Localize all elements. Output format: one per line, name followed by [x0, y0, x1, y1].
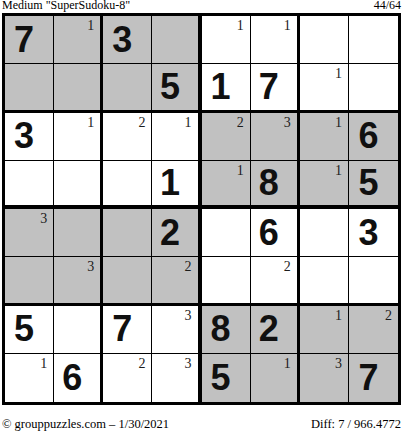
cell-r3c6[interactable]: 3: [251, 113, 300, 161]
cell-value: 5: [160, 69, 180, 105]
cell-r4c4[interactable]: 1: [152, 161, 201, 209]
cell-r8c7[interactable]: 3: [300, 354, 349, 402]
cell-r3c3[interactable]: 2: [103, 113, 152, 161]
pencil-mark: 1: [87, 19, 94, 33]
cell-r5c1[interactable]: 3: [5, 209, 54, 257]
pencil-mark: 3: [40, 212, 47, 226]
pencil-mark: 1: [40, 357, 47, 371]
cell-r5c7[interactable]: [300, 209, 349, 257]
cell-r5c2[interactable]: [54, 209, 103, 257]
cell-value: 3: [358, 215, 378, 251]
pencil-mark: 3: [284, 116, 291, 130]
cell-r2c5[interactable]: 1: [202, 64, 251, 112]
cell-r3c7[interactable]: 1: [300, 113, 349, 161]
cell-r8c3[interactable]: 2: [103, 354, 152, 402]
cell-r6c6[interactable]: 2: [251, 257, 300, 305]
pencil-mark: 2: [237, 116, 244, 130]
cell-r2c8[interactable]: [349, 64, 398, 112]
cell-r6c8[interactable]: [349, 257, 398, 305]
cell-r8c2[interactable]: 6: [54, 354, 103, 402]
cell-r6c3[interactable]: [103, 257, 152, 305]
cell-r2c2[interactable]: [54, 64, 103, 112]
cell-value: 8: [211, 311, 231, 347]
cell-r2c3[interactable]: [103, 64, 152, 112]
cell-r2c6[interactable]: 7: [251, 64, 300, 112]
cell-r3c8[interactable]: 6: [349, 113, 398, 161]
cell-value: 2: [259, 311, 279, 347]
cell-value: 3: [14, 118, 34, 154]
cell-r4c6[interactable]: 8: [251, 161, 300, 209]
cell-r8c4[interactable]: 3: [152, 354, 201, 402]
cell-r7c7[interactable]: 1: [300, 306, 349, 354]
cell-r8c5[interactable]: 5: [202, 354, 251, 402]
cell-value: 7: [259, 69, 279, 105]
sudoku-board: 7131151713121231611815326332257382121623…: [2, 13, 401, 405]
cell-r7c3[interactable]: 7: [103, 306, 152, 354]
cell-r6c1[interactable]: [5, 257, 54, 305]
cell-r5c8[interactable]: 3: [349, 209, 398, 257]
cell-r5c3[interactable]: [103, 209, 152, 257]
copyright-text: © grouppuzzles.com – 1/30/2021: [2, 417, 169, 431]
cell-r1c3[interactable]: 3: [103, 16, 152, 64]
cell-r4c1[interactable]: [5, 161, 54, 209]
cell-r3c1[interactable]: 3: [5, 113, 54, 161]
cell-r4c2[interactable]: [54, 161, 103, 209]
puzzle-title: Medium "SuperSudoku-8": [2, 0, 130, 12]
pencil-mark: 2: [138, 116, 145, 130]
cell-value: 2: [160, 215, 180, 251]
cell-r5c4[interactable]: 2: [152, 209, 201, 257]
cell-r5c6[interactable]: 6: [251, 209, 300, 257]
pencil-mark: 1: [335, 67, 342, 81]
cell-value: 5: [211, 360, 231, 396]
pencil-mark: 3: [185, 309, 192, 323]
cell-r1c6[interactable]: 1: [251, 16, 300, 64]
cell-value: 6: [358, 118, 378, 154]
cell-r8c8[interactable]: 7: [349, 354, 398, 402]
pencil-mark: 1: [284, 19, 291, 33]
cell-r6c2[interactable]: 3: [54, 257, 103, 305]
pencil-mark: 1: [185, 116, 192, 130]
pencil-mark: 2: [138, 357, 145, 371]
cell-value: 8: [259, 165, 279, 201]
cell-value: 1: [160, 165, 180, 201]
cell-r6c4[interactable]: 2: [152, 257, 201, 305]
cell-r4c3[interactable]: [103, 161, 152, 209]
clue-counter: 44/64: [374, 0, 401, 12]
puzzle-header: Medium "SuperSudoku-8" 44/64: [2, 0, 401, 12]
cell-r1c4[interactable]: [152, 16, 201, 64]
pencil-mark: 1: [335, 164, 342, 178]
puzzle-footer: © grouppuzzles.com – 1/30/2021 Diff: 7 /…: [2, 417, 401, 431]
cell-r1c5[interactable]: 1: [202, 16, 251, 64]
pencil-mark: 1: [335, 309, 342, 323]
pencil-mark: 3: [87, 260, 94, 274]
pencil-mark: 1: [284, 357, 291, 371]
cell-r1c8[interactable]: [349, 16, 398, 64]
cell-r1c2[interactable]: 1: [54, 16, 103, 64]
cell-r4c5[interactable]: 1: [202, 161, 251, 209]
difficulty-text: Diff: 7 / 966.4772: [311, 417, 401, 431]
cell-value: 6: [259, 215, 279, 251]
pencil-mark: 3: [185, 357, 192, 371]
cell-r1c7[interactable]: [300, 16, 349, 64]
cell-r7c2[interactable]: [54, 306, 103, 354]
cell-r4c7[interactable]: 1: [300, 161, 349, 209]
pencil-mark: 1: [87, 116, 94, 130]
cell-value: 1: [211, 69, 231, 105]
cell-r6c7[interactable]: [300, 257, 349, 305]
cell-r7c5[interactable]: 8: [202, 306, 251, 354]
cell-value: 7: [358, 360, 378, 396]
cell-r3c2[interactable]: 1: [54, 113, 103, 161]
cell-value: 6: [62, 360, 82, 396]
cell-r2c4[interactable]: 5: [152, 64, 201, 112]
cell-value: 5: [358, 165, 378, 201]
pencil-mark: 1: [335, 116, 342, 130]
cell-r4c8[interactable]: 5: [349, 161, 398, 209]
cell-value: 3: [112, 22, 132, 58]
cell-r7c8[interactable]: 2: [349, 306, 398, 354]
cell-r7c4[interactable]: 3: [152, 306, 201, 354]
pencil-mark: 2: [284, 260, 291, 274]
cell-r7c6[interactable]: 2: [251, 306, 300, 354]
pencil-mark: 1: [237, 19, 244, 33]
cell-r8c1[interactable]: 1: [5, 354, 54, 402]
cell-r7c1[interactable]: 5: [5, 306, 54, 354]
pencil-mark: 1: [237, 164, 244, 178]
cell-value: 7: [112, 311, 132, 347]
pencil-mark: 2: [385, 309, 392, 323]
cell-r3c4[interactable]: 1: [152, 113, 201, 161]
cell-r8c6[interactable]: 1: [251, 354, 300, 402]
cell-r2c7[interactable]: 1: [300, 64, 349, 112]
cell-value: 7: [14, 22, 34, 58]
cell-r6c5[interactable]: [202, 257, 251, 305]
pencil-mark: 2: [185, 260, 192, 274]
cell-r5c5[interactable]: [202, 209, 251, 257]
cell-r2c1[interactable]: [5, 64, 54, 112]
pencil-mark: 3: [335, 357, 342, 371]
cell-r3c5[interactable]: 2: [202, 113, 251, 161]
cell-r1c1[interactable]: 7: [5, 16, 54, 64]
cell-value: 5: [14, 311, 34, 347]
